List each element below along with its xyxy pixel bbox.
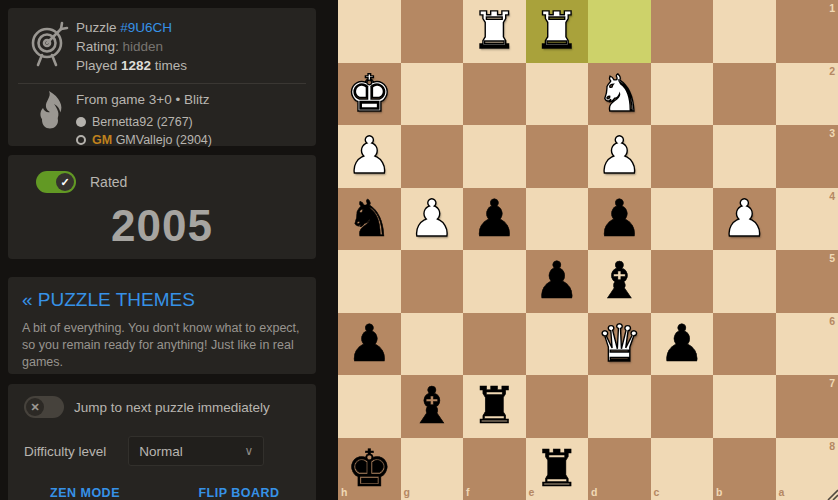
divider — [18, 83, 306, 84]
file-coordinate-g: g — [404, 487, 410, 498]
square-b7[interactable] — [713, 375, 776, 438]
square-b3[interactable] — [713, 125, 776, 188]
square-a7[interactable]: 7 — [776, 375, 838, 438]
square-h1[interactable] — [338, 0, 401, 63]
square-f2[interactable] — [463, 63, 526, 126]
square-d7[interactable] — [588, 375, 651, 438]
check-icon: ✓ — [56, 173, 74, 191]
black-bishop-piece[interactable]: ♝ — [588, 250, 651, 313]
square-d6[interactable]: ♛ — [588, 313, 651, 376]
black-pawn-piece[interactable]: ♟ — [651, 313, 714, 376]
difficulty-label: Difficulty level — [24, 444, 106, 459]
square-f7[interactable]: ♜ — [463, 375, 526, 438]
flame-icon — [22, 90, 76, 149]
black-rook-piece[interactable]: ♜ — [526, 438, 589, 500]
square-f6[interactable] — [463, 313, 526, 376]
file-coordinate-a: a — [779, 487, 785, 498]
square-g7[interactable]: ♝ — [401, 375, 464, 438]
square-f8[interactable]: f — [463, 438, 526, 500]
square-g5[interactable] — [401, 250, 464, 313]
square-e2[interactable] — [526, 63, 589, 126]
chevron-down-icon: ∨ — [244, 444, 253, 458]
difficulty-value: Normal — [139, 444, 183, 459]
black-king-piece[interactable]: ♚ — [338, 438, 401, 500]
square-c1[interactable] — [651, 0, 714, 63]
x-icon: ✕ — [26, 398, 44, 416]
square-c2[interactable] — [651, 63, 714, 126]
rank-coordinate-7: 7 — [829, 378, 835, 389]
themes-description: A bit of everything. You don't know what… — [8, 311, 316, 371]
square-a1[interactable]: 1 — [776, 0, 838, 63]
square-d1[interactable] — [588, 0, 651, 63]
square-f1[interactable]: ♜ — [463, 0, 526, 63]
rated-toggle[interactable]: ✓ — [36, 171, 76, 193]
rank-coordinate-3: 3 — [829, 128, 835, 139]
white-pawn-piece[interactable]: ♟ — [713, 188, 776, 251]
square-d2[interactable]: ♞ — [588, 63, 651, 126]
puzzle-label: Puzzle — [76, 20, 117, 35]
flip-board-button[interactable]: FLIP BOARD — [162, 486, 316, 500]
player-name-black[interactable]: Bernetta92 (2767) — [92, 113, 193, 131]
square-b5[interactable] — [713, 250, 776, 313]
square-e6[interactable] — [526, 313, 589, 376]
square-g3[interactable] — [401, 125, 464, 188]
rating-label: Rating: — [76, 39, 119, 54]
white-pawn-piece[interactable]: ♟ — [401, 188, 464, 251]
player-name-white[interactable]: GMVallejo (2904) — [116, 133, 212, 147]
square-h4[interactable]: ♞ — [338, 188, 401, 251]
rank-coordinate-6: 6 — [829, 316, 835, 327]
square-b2[interactable] — [713, 63, 776, 126]
square-e1[interactable]: ♜ — [526, 0, 589, 63]
white-knight-piece[interactable]: ♞ — [588, 63, 651, 126]
puzzle-themes-link[interactable]: « PUZZLE THEMES — [8, 277, 316, 311]
white-player-disc-icon — [76, 135, 86, 145]
square-g1[interactable] — [401, 0, 464, 63]
square-a3[interactable]: 3 — [776, 125, 838, 188]
board-resize-handle[interactable] — [824, 486, 838, 500]
square-f4[interactable]: ♟ — [463, 188, 526, 251]
rank-coordinate-1: 1 — [829, 3, 835, 14]
square-b8[interactable]: b — [713, 438, 776, 500]
white-pawn-piece[interactable]: ♟ — [338, 125, 401, 188]
square-e4[interactable] — [526, 188, 589, 251]
jump-next-label: Jump to next puzzle immediately — [74, 400, 270, 415]
square-f5[interactable] — [463, 250, 526, 313]
square-c7[interactable] — [651, 375, 714, 438]
square-a2[interactable]: 2 — [776, 63, 838, 126]
square-f3[interactable] — [463, 125, 526, 188]
played-label: Played — [76, 58, 117, 73]
rank-coordinate-4: 4 — [829, 191, 835, 202]
square-a4[interactable]: 4 — [776, 188, 838, 251]
puzzle-id-link[interactable]: #9U6CH — [120, 20, 172, 35]
controls-box: ✕ Jump to next puzzle immediately Diffic… — [8, 384, 316, 500]
square-b1[interactable] — [713, 0, 776, 63]
square-c5[interactable] — [651, 250, 714, 313]
square-d3[interactable]: ♟ — [588, 125, 651, 188]
black-pawn-piece[interactable]: ♟ — [338, 313, 401, 376]
square-g8[interactable]: g — [401, 438, 464, 500]
square-b6[interactable] — [713, 313, 776, 376]
black-pawn-piece[interactable]: ♟ — [463, 188, 526, 251]
themes-box: « PUZZLE THEMES A bit of everything. You… — [8, 277, 316, 374]
square-d4[interactable]: ♟ — [588, 188, 651, 251]
square-c4[interactable] — [651, 188, 714, 251]
jump-next-toggle[interactable]: ✕ — [24, 396, 64, 418]
black-pawn-piece[interactable]: ♟ — [588, 188, 651, 251]
player-title: GM — [92, 133, 112, 147]
from-game-label[interactable]: From game 3+0 • Blitz — [76, 90, 212, 109]
played-count: 1282 — [121, 58, 151, 73]
square-g4[interactable]: ♟ — [401, 188, 464, 251]
square-d8[interactable]: d — [588, 438, 651, 500]
black-player-disc-icon — [76, 117, 86, 127]
square-h2[interactable]: ♚ — [338, 63, 401, 126]
user-rating: 2005 — [8, 201, 316, 251]
square-e7[interactable] — [526, 375, 589, 438]
puzzle-sidebar: Puzzle #9U6CH Rating: hidden Played 1282… — [0, 0, 330, 500]
square-c3[interactable] — [651, 125, 714, 188]
file-coordinate-d: d — [591, 487, 597, 498]
rated-label: Rated — [90, 174, 127, 190]
rating-value: hidden — [123, 39, 164, 54]
square-a5[interactable]: 5 — [776, 250, 838, 313]
square-h5[interactable] — [338, 250, 401, 313]
white-pawn-piece[interactable]: ♟ — [588, 125, 651, 188]
square-e5[interactable]: ♟ — [526, 250, 589, 313]
square-e8[interactable]: ♜e — [526, 438, 589, 500]
square-h8[interactable]: ♚h — [338, 438, 401, 500]
white-queen-piece[interactable]: ♛ — [588, 313, 651, 376]
square-d5[interactable]: ♝ — [588, 250, 651, 313]
square-h3[interactable]: ♟ — [338, 125, 401, 188]
rank-coordinate-2: 2 — [829, 66, 835, 77]
black-bishop-piece[interactable]: ♝ — [401, 375, 464, 438]
rank-coordinate-8: 8 — [829, 441, 835, 452]
black-pawn-piece[interactable]: ♟ — [526, 250, 589, 313]
rated-box: ✓ Rated 2005 — [8, 155, 316, 259]
white-rook-piece[interactable]: ♜ — [463, 0, 526, 63]
black-rook-piece[interactable]: ♜ — [463, 375, 526, 438]
square-c8[interactable]: c — [651, 438, 714, 500]
square-a6[interactable]: 6 — [776, 313, 838, 376]
square-h7[interactable] — [338, 375, 401, 438]
file-coordinate-f: f — [466, 487, 470, 498]
square-c6[interactable]: ♟ — [651, 313, 714, 376]
black-knight-piece[interactable]: ♞ — [338, 188, 401, 251]
target-icon — [22, 18, 76, 75]
white-rook-piece[interactable]: ♜ — [526, 0, 589, 63]
file-coordinate-c: c — [654, 487, 660, 498]
puzzle-info-box: Puzzle #9U6CH Rating: hidden Played 1282… — [8, 8, 316, 146]
white-king-piece[interactable]: ♚ — [338, 63, 401, 126]
zen-mode-button[interactable]: ZEN MODE — [8, 486, 162, 500]
square-e3[interactable] — [526, 125, 589, 188]
difficulty-select[interactable]: Normal ∨ — [128, 436, 264, 466]
square-b4[interactable]: ♟ — [713, 188, 776, 251]
square-g2[interactable] — [401, 63, 464, 126]
file-coordinate-b: b — [716, 487, 722, 498]
chess-board[interactable]: ♜♜1♚♞2♟♟3♞♟♟♟♟4♟♝5♟♛♟6♝♜7♚hgf♜edcb8a — [338, 0, 838, 500]
played-suffix: times — [155, 58, 187, 73]
rank-coordinate-5: 5 — [829, 253, 835, 264]
square-g6[interactable] — [401, 313, 464, 376]
square-h6[interactable]: ♟ — [338, 313, 401, 376]
